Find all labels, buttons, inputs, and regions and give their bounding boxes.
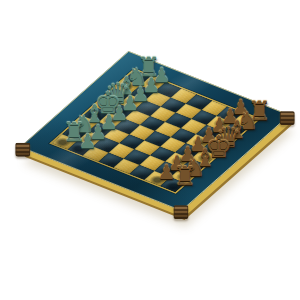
meander-foot-icon [280,111,295,125]
chess-board: ♜♞♝♛♚♝♞♜♟♟♟♟♟♟♟♟♟♟♟♟♟♟♟♟♜♞♝♛♚♝♞♜ [20,51,290,211]
meander-foot-icon [173,205,188,219]
product-photo-scene: ♜♞♝♛♚♝♞♜♟♟♟♟♟♟♟♟♟♟♟♟♟♟♟♟♜♞♝♛♚♝♞♜ [0,0,300,300]
meander-foot-icon [15,143,30,157]
